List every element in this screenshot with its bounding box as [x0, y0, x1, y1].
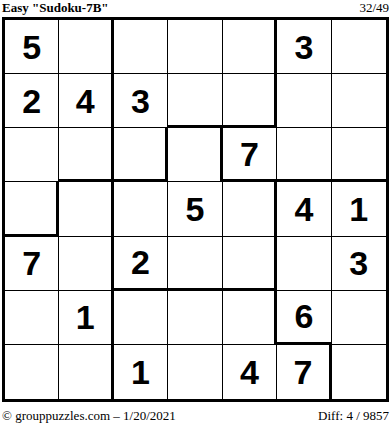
given-digit: 3 — [349, 246, 368, 280]
cell-r7c3[interactable]: 1 — [114, 345, 168, 399]
given-digit: 5 — [186, 192, 205, 226]
cell-r3c4[interactable] — [168, 128, 222, 182]
cell-r4c4[interactable]: 5 — [168, 182, 222, 236]
given-digit: 6 — [294, 299, 313, 333]
cell-r5c2[interactable] — [59, 237, 113, 291]
given-digit: 4 — [294, 192, 313, 226]
given-digit: 7 — [22, 246, 41, 280]
cell-r3c2[interactable] — [59, 128, 113, 182]
cell-r7c7[interactable] — [332, 345, 386, 399]
cell-r3c5[interactable]: 7 — [223, 128, 277, 182]
cell-r2c6[interactable] — [277, 74, 331, 128]
cell-r1c3[interactable] — [114, 20, 168, 74]
cell-r1c5[interactable] — [223, 20, 277, 74]
cell-r6c4[interactable] — [168, 291, 222, 345]
cell-r7c6[interactable]: 7 — [277, 345, 331, 399]
given-digit: 1 — [131, 355, 150, 389]
cell-r1c6[interactable]: 3 — [277, 20, 331, 74]
cell-r5c5[interactable] — [223, 237, 277, 291]
cell-r5c6[interactable] — [277, 237, 331, 291]
cell-r2c4[interactable] — [168, 74, 222, 128]
cell-r2c1[interactable]: 2 — [5, 74, 59, 128]
cell-r4c7[interactable]: 1 — [332, 182, 386, 236]
given-digit: 2 — [131, 245, 150, 279]
cell-r6c7[interactable] — [332, 291, 386, 345]
cell-r5c4[interactable] — [168, 237, 222, 291]
cell-r3c6[interactable] — [277, 128, 331, 182]
cell-r4c2[interactable] — [59, 182, 113, 236]
cell-r2c5[interactable] — [223, 74, 277, 128]
given-digit: 3 — [131, 84, 150, 118]
given-digit: 7 — [293, 355, 312, 389]
cell-r3c3[interactable] — [114, 128, 168, 182]
cell-r7c1[interactable] — [5, 345, 59, 399]
given-digit: 5 — [22, 30, 41, 64]
cell-r6c2[interactable]: 1 — [59, 291, 113, 345]
cell-r7c2[interactable] — [59, 345, 113, 399]
cell-r6c5[interactable] — [223, 291, 277, 345]
cell-r3c1[interactable] — [5, 128, 59, 182]
cell-r6c3[interactable] — [114, 291, 168, 345]
given-digit: 4 — [240, 355, 259, 389]
cell-r6c6[interactable]: 6 — [277, 291, 331, 345]
given-digit: 2 — [22, 84, 41, 118]
cell-r5c7[interactable]: 3 — [332, 237, 386, 291]
cell-r3c7[interactable] — [332, 128, 386, 182]
cell-r7c4[interactable] — [168, 345, 222, 399]
cell-r5c3[interactable]: 2 — [114, 237, 168, 291]
cell-r2c2[interactable]: 4 — [59, 74, 113, 128]
given-digit: 1 — [76, 300, 95, 334]
cell-r7c5[interactable]: 4 — [223, 345, 277, 399]
given-digit: 4 — [76, 84, 95, 118]
cell-r2c3[interactable]: 3 — [114, 74, 168, 128]
puzzle-page: Easy "Sudoku-7B" 32/49 53243754172316147… — [0, 0, 391, 426]
cell-r5c1[interactable]: 7 — [5, 237, 59, 291]
cell-r4c6[interactable]: 4 — [277, 182, 331, 236]
cell-r1c1[interactable]: 5 — [5, 20, 59, 74]
sudoku-grid: 53243754172316147 — [2, 17, 389, 402]
copyright-text: © grouppuzzles.com – 1/20/2021 — [2, 408, 176, 424]
progress-counter: 32/49 — [359, 0, 389, 16]
cell-r4c3[interactable] — [114, 182, 168, 236]
given-digit: 3 — [294, 30, 313, 64]
cell-r1c7[interactable] — [332, 20, 386, 74]
cell-r2c7[interactable] — [332, 74, 386, 128]
page-title: Easy "Sudoku-7B" — [2, 0, 109, 16]
cell-r1c2[interactable] — [59, 20, 113, 74]
given-digit: 1 — [349, 192, 368, 226]
cell-r6c1[interactable] — [5, 291, 59, 345]
cell-r4c1[interactable] — [5, 182, 59, 236]
cell-r1c4[interactable] — [168, 20, 222, 74]
given-digit: 7 — [240, 137, 259, 171]
cell-r4c5[interactable] — [223, 182, 277, 236]
difficulty-text: Diff: 4 / 9857 — [318, 408, 389, 424]
